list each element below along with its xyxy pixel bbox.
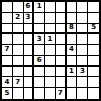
cell-r3c7-given: 8 bbox=[67, 24, 78, 35]
cell-r4c6-empty[interactable] bbox=[56, 34, 67, 45]
cell-r1c6-empty[interactable] bbox=[56, 2, 67, 13]
cell-r4c9-empty[interactable] bbox=[88, 34, 99, 45]
cell-r4c1-empty[interactable] bbox=[2, 34, 13, 45]
cell-r6c9-empty[interactable] bbox=[88, 56, 99, 67]
cell-r9c8-empty[interactable] bbox=[77, 88, 88, 99]
cell-r4c2-empty[interactable] bbox=[13, 34, 24, 45]
cell-r5c4-empty[interactable] bbox=[34, 45, 45, 56]
cell-r1c2-empty[interactable] bbox=[13, 2, 24, 13]
cell-r6c5-empty[interactable] bbox=[45, 56, 56, 67]
cell-r3c5-empty[interactable] bbox=[45, 24, 56, 35]
cell-r3c1-empty[interactable] bbox=[2, 24, 13, 35]
cell-r6c3-empty[interactable] bbox=[24, 56, 35, 67]
cell-r5c8-empty[interactable] bbox=[77, 45, 88, 56]
cell-r8c1-given: 4 bbox=[2, 77, 13, 88]
cell-r7c9-empty[interactable] bbox=[88, 67, 99, 78]
cell-r2c8-empty[interactable] bbox=[77, 13, 88, 24]
cell-r9c2-empty[interactable] bbox=[13, 88, 24, 99]
cell-r7c4-empty[interactable] bbox=[34, 67, 45, 78]
cell-r3c3-empty[interactable] bbox=[24, 24, 35, 35]
cell-r4c8-empty[interactable] bbox=[77, 34, 88, 45]
cell-r2c3-given: 3 bbox=[24, 13, 35, 24]
cell-r6c6-empty[interactable] bbox=[56, 56, 67, 67]
cell-r8c9-empty[interactable] bbox=[88, 77, 99, 88]
cell-r6c7-empty[interactable] bbox=[67, 56, 78, 67]
cell-r3c4-empty[interactable] bbox=[34, 24, 45, 35]
cell-r2c6-empty[interactable] bbox=[56, 13, 67, 24]
cell-r9c3-empty[interactable] bbox=[24, 88, 35, 99]
cell-r3c8-empty[interactable] bbox=[77, 24, 88, 35]
cell-r8c3-empty[interactable] bbox=[24, 77, 35, 88]
cell-r4c7-empty[interactable] bbox=[67, 34, 78, 45]
cell-r8c8-empty[interactable] bbox=[77, 77, 88, 88]
cell-r7c2-empty[interactable] bbox=[13, 67, 24, 78]
cell-r6c4-given: 6 bbox=[34, 56, 45, 67]
cell-r5c6-empty[interactable] bbox=[56, 45, 67, 56]
cell-r5c9-empty[interactable] bbox=[88, 45, 99, 56]
cell-r9c5-empty[interactable] bbox=[45, 88, 56, 99]
cell-r5c5-empty[interactable] bbox=[45, 45, 56, 56]
sudoku-board: 61238531746134757 bbox=[0, 0, 101, 101]
cell-r9c9-empty[interactable] bbox=[88, 88, 99, 99]
cell-r9c4-empty[interactable] bbox=[34, 88, 45, 99]
cell-r7c3-empty[interactable] bbox=[24, 67, 35, 78]
cell-r9c1-given: 5 bbox=[2, 88, 13, 99]
cell-r1c1-empty[interactable] bbox=[2, 2, 13, 13]
cell-r8c6-empty[interactable] bbox=[56, 77, 67, 88]
cell-r1c3-given: 6 bbox=[24, 2, 35, 13]
cell-r3c6-empty[interactable] bbox=[56, 24, 67, 35]
cell-r2c7-empty[interactable] bbox=[67, 13, 78, 24]
cell-r9c6-given: 7 bbox=[56, 88, 67, 99]
cell-r6c2-empty[interactable] bbox=[13, 56, 24, 67]
cell-r2c9-empty[interactable] bbox=[88, 13, 99, 24]
cell-r8c7-empty[interactable] bbox=[67, 77, 78, 88]
cell-r1c9-empty[interactable] bbox=[88, 2, 99, 13]
cell-r4c5-given: 1 bbox=[45, 34, 56, 45]
cell-r7c1-empty[interactable] bbox=[2, 67, 13, 78]
cell-r1c5-empty[interactable] bbox=[45, 2, 56, 13]
cell-r2c4-empty[interactable] bbox=[34, 13, 45, 24]
cell-r2c5-empty[interactable] bbox=[45, 13, 56, 24]
cell-r5c7-given: 4 bbox=[67, 45, 78, 56]
cell-r8c5-empty[interactable] bbox=[45, 77, 56, 88]
cell-r2c2-given: 2 bbox=[13, 13, 24, 24]
cell-r2c1-empty[interactable] bbox=[2, 13, 13, 24]
cell-r5c2-empty[interactable] bbox=[13, 45, 24, 56]
cell-r9c7-empty[interactable] bbox=[67, 88, 78, 99]
cell-r1c4-given: 1 bbox=[34, 2, 45, 13]
cell-r4c4-given: 3 bbox=[34, 34, 45, 45]
cell-r6c8-empty[interactable] bbox=[77, 56, 88, 67]
cell-r3c2-empty[interactable] bbox=[13, 24, 24, 35]
cell-r8c4-empty[interactable] bbox=[34, 77, 45, 88]
cell-r4c3-empty[interactable] bbox=[24, 34, 35, 45]
cell-r6c1-empty[interactable] bbox=[2, 56, 13, 67]
cell-r3c9-given: 5 bbox=[88, 24, 99, 35]
cell-r7c5-empty[interactable] bbox=[45, 67, 56, 78]
cell-r7c6-empty[interactable] bbox=[56, 67, 67, 78]
cell-r5c3-empty[interactable] bbox=[24, 45, 35, 56]
cell-r8c2-given: 7 bbox=[13, 77, 24, 88]
cell-r7c8-given: 3 bbox=[77, 67, 88, 78]
cell-r1c8-empty[interactable] bbox=[77, 2, 88, 13]
cell-r7c7-given: 1 bbox=[67, 67, 78, 78]
cell-r5c1-given: 7 bbox=[2, 45, 13, 56]
cell-r1c7-empty[interactable] bbox=[67, 2, 78, 13]
